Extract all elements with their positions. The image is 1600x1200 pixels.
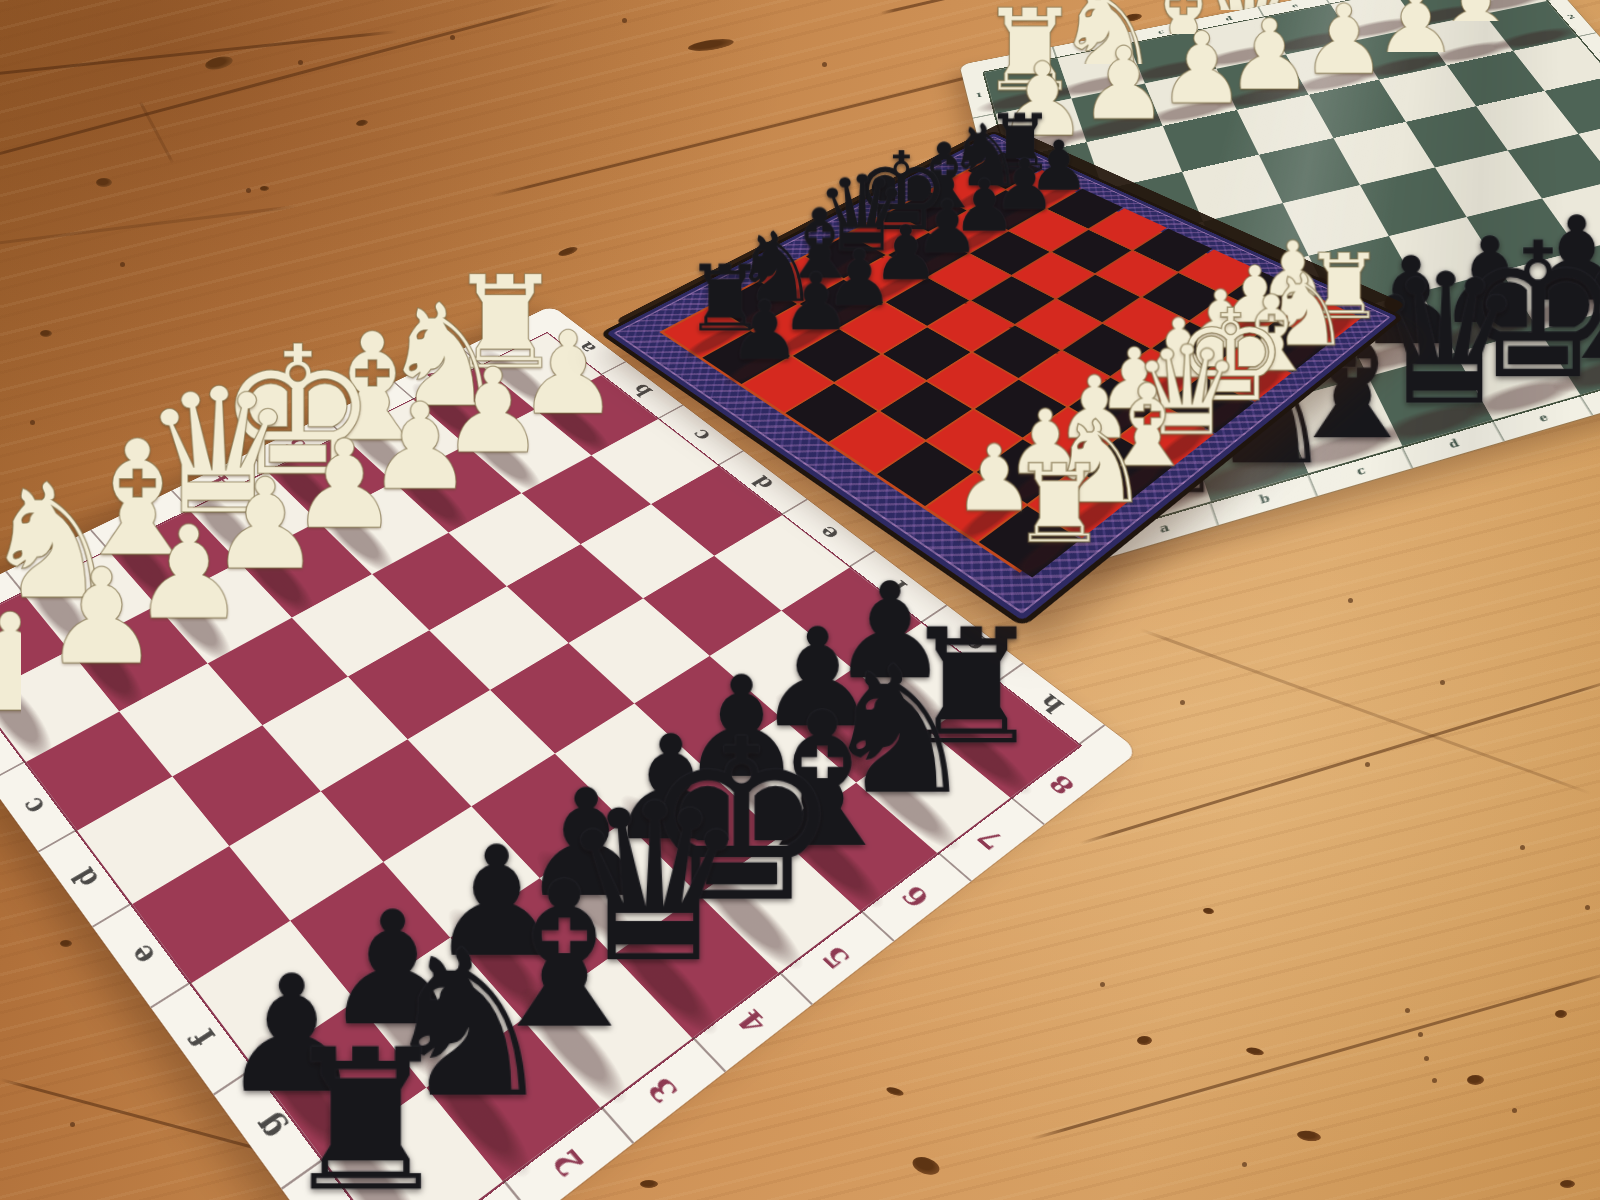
piece-shadow — [308, 1113, 443, 1200]
nail-mark — [1512, 1108, 1517, 1113]
green-square-c2: ♟ — [1145, 69, 1237, 126]
white-pawn: ♟ — [1300, 0, 1386, 86]
piece-shadow — [1460, 0, 1551, 17]
nail-mark — [1585, 905, 1590, 910]
wood-knot — [1296, 1129, 1321, 1142]
nail-mark — [70, 1122, 75, 1127]
piece-shadow — [1422, 36, 1518, 68]
floorboard-seam — [1139, 628, 1591, 795]
nail-mark — [822, 62, 827, 67]
wood-knot — [1203, 907, 1215, 915]
white-king: ♚ — [1258, 0, 1383, 47]
green-square-h3 — [1513, 37, 1600, 91]
wood-knot — [557, 245, 578, 258]
piece-shadow — [1331, 13, 1425, 44]
piece-shadow — [975, 82, 1077, 117]
nail-mark — [1520, 845, 1525, 850]
green-square-h2: ♟ — [1484, 1, 1578, 51]
piece-shadow — [1460, 369, 1588, 426]
floorboard-seam — [1080, 675, 1600, 845]
wood-knot — [1560, 1180, 1575, 1188]
wood-knot — [356, 119, 369, 127]
wood-knot — [688, 37, 735, 53]
file-label-f: f — [1324, 0, 1395, 4]
file-label-f: f — [1580, 370, 1600, 415]
nail-mark — [120, 262, 125, 267]
wood-knot — [40, 330, 52, 337]
floorboard-seam — [880, 0, 1124, 15]
wood-knot — [260, 186, 269, 191]
piece-shadow — [1050, 68, 1151, 102]
green-square-d1: ♛ — [1198, 17, 1286, 69]
photo-three-chess-boards: ♜♞♝♛♚♝♞♜♟♟♟♟♟♟♟♟♟♟♟♟♟♟♟♟♜♞♝♛♚♝♞♜ abcdefg… — [0, 0, 1600, 1200]
wood-knot — [640, 1180, 658, 1188]
wood-knot — [885, 1085, 904, 1097]
nail-mark — [30, 420, 35, 425]
green-square-c3 — [1163, 110, 1259, 172]
nail-mark — [1432, 1078, 1437, 1083]
nail-mark — [1180, 700, 1185, 705]
white-rook: ♜ — [1469, 0, 1561, 5]
wood-knot — [1137, 1036, 1152, 1045]
white-pawn: ♟ — [1503, 0, 1586, 41]
nail-mark — [1418, 1032, 1423, 1037]
wood-knot — [910, 1154, 942, 1179]
nail-mark — [1405, 1008, 1410, 1013]
wood-knot — [204, 54, 234, 72]
green-square-a1: ♜ — [985, 58, 1072, 114]
wood-knot — [96, 178, 112, 187]
wood-knot — [60, 940, 72, 947]
nail-mark — [246, 188, 251, 193]
green-square-e4 — [1333, 122, 1435, 185]
green-square-d8: ♛ — [1368, 353, 1493, 446]
piece-shadow — [1355, 50, 1453, 83]
black-pawn: ♟ — [1357, 244, 1465, 359]
wood-knot — [1124, 12, 1143, 22]
green-square-f8: ♝ — [1539, 308, 1600, 395]
green-square-c1: ♝ — [1129, 31, 1217, 84]
floorboard-seam — [0, 30, 398, 78]
nail-mark — [1424, 1056, 1429, 1061]
piece-shadow — [0, 667, 64, 767]
nail-mark — [622, 18, 627, 23]
green-square-e3 — [1309, 80, 1406, 138]
nail-mark — [1348, 598, 1353, 603]
green-square-e1: ♚ — [1265, 4, 1354, 54]
nail-mark — [1100, 982, 1105, 987]
wood-knot — [1467, 1075, 1484, 1085]
piece-shadow — [1123, 54, 1222, 87]
green-square-f1: ♝ — [1331, 0, 1420, 41]
green-square-d2: ♟ — [1217, 55, 1309, 111]
green-square-d3 — [1237, 95, 1334, 155]
green-square-f7: ♟ — [1501, 251, 1600, 330]
nail-mark — [1242, 1162, 1247, 1167]
piece-shadow — [1266, 334, 1330, 379]
white-pawn: ♟ — [1373, 0, 1458, 71]
green-square-g4 — [1476, 91, 1578, 151]
burgundy-square-f2 — [290, 862, 450, 1001]
white-bishop: ♝ — [1336, 0, 1441, 30]
green-square-f5 — [1435, 150, 1542, 217]
burgundy-square-e6 — [568, 598, 709, 703]
wood-knot — [1245, 1046, 1264, 1057]
green-square-e8: ♚ — [1455, 330, 1580, 420]
piece-shadow — [1546, 345, 1600, 400]
nail-mark — [1365, 762, 1370, 767]
nail-mark — [1440, 680, 1445, 685]
piece-shadow — [1285, 64, 1384, 98]
floorboard-seam — [139, 101, 175, 164]
piece-shadow — [815, 292, 887, 333]
nail-mark — [450, 35, 455, 40]
piece-shadow — [1263, 26, 1359, 57]
floorboard-seam — [0, 205, 298, 248]
floorboard-seam — [1030, 970, 1600, 1141]
green-square-g3 — [1447, 51, 1545, 106]
white-pawn: ♟ — [1078, 36, 1168, 132]
nail-mark — [298, 60, 303, 65]
floorboard-seam — [0, 2, 560, 163]
rank-label-1: 1 — [1518, 0, 1565, 1]
green-square-e6 — [1389, 217, 1501, 292]
wood-knot — [1555, 1010, 1567, 1018]
